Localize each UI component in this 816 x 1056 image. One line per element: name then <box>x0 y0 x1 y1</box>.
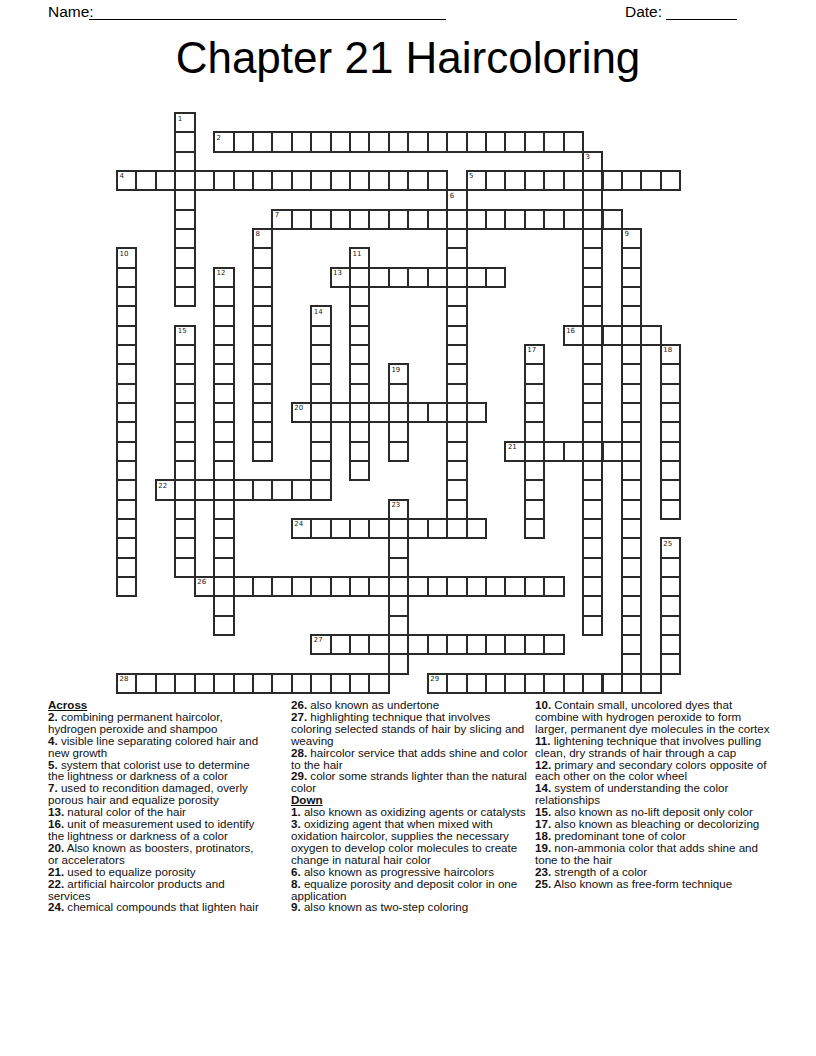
grid-cell[interactable] <box>485 131 506 152</box>
grid-cell[interactable] <box>446 441 467 462</box>
grid-cell[interactable] <box>233 170 254 191</box>
grid-cell[interactable] <box>563 441 584 462</box>
grid-cell[interactable] <box>446 479 467 500</box>
grid-cell[interactable] <box>504 131 525 152</box>
grid-cell[interactable] <box>602 673 623 694</box>
grid-cell[interactable] <box>291 479 312 500</box>
grid-cell[interactable] <box>349 325 370 346</box>
grid-cell[interactable] <box>116 576 137 597</box>
grid-cell[interactable] <box>213 344 234 365</box>
grid-cell[interactable] <box>524 499 545 520</box>
grid-cell[interactable] <box>349 441 370 462</box>
grid-cell[interactable] <box>485 673 506 694</box>
grid-cell[interactable] <box>271 673 292 694</box>
grid-cell[interactable] <box>310 325 331 346</box>
grid-cell[interactable] <box>174 557 195 578</box>
grid-cell[interactable] <box>582 209 603 230</box>
grid-cell[interactable] <box>213 518 234 539</box>
grid-cell[interactable] <box>252 247 273 268</box>
grid-cell[interactable] <box>543 170 564 191</box>
grid-cell[interactable]: 21 <box>504 441 525 462</box>
grid-cell[interactable]: 26 <box>194 576 215 597</box>
grid-cell[interactable] <box>621 673 642 694</box>
grid-cell[interactable] <box>116 518 137 539</box>
grid-cell[interactable] <box>621 441 642 462</box>
grid-cell[interactable] <box>116 267 137 288</box>
grid-cell[interactable] <box>174 228 195 249</box>
grid-cell[interactable] <box>174 479 195 500</box>
grid-cell[interactable] <box>407 576 428 597</box>
grid-cell[interactable]: 7 <box>271 209 292 230</box>
grid-cell[interactable] <box>213 673 234 694</box>
grid-cell[interactable] <box>155 170 176 191</box>
grid-cell[interactable] <box>271 576 292 597</box>
grid-cell[interactable] <box>621 615 642 636</box>
grid-cell[interactable] <box>602 325 623 346</box>
grid-cell[interactable] <box>466 518 487 539</box>
grid-cell[interactable] <box>660 595 681 616</box>
grid-cell[interactable] <box>621 557 642 578</box>
grid-cell[interactable] <box>563 209 584 230</box>
grid-cell[interactable]: 10 <box>116 247 137 268</box>
grid-cell[interactable] <box>524 441 545 462</box>
grid-cell[interactable] <box>621 595 642 616</box>
grid-cell[interactable] <box>388 653 409 674</box>
grid-cell[interactable] <box>466 673 487 694</box>
grid-cell[interactable] <box>660 479 681 500</box>
grid-cell[interactable] <box>427 518 448 539</box>
grid-cell[interactable] <box>116 499 137 520</box>
grid-cell[interactable] <box>582 383 603 404</box>
grid-cell[interactable] <box>349 634 370 655</box>
grid-cell[interactable] <box>116 537 137 558</box>
grid-cell[interactable] <box>621 170 642 191</box>
grid-cell[interactable]: 22 <box>155 479 176 500</box>
grid-cell[interactable] <box>310 383 331 404</box>
grid-cell[interactable] <box>621 383 642 404</box>
grid-cell[interactable] <box>446 131 467 152</box>
grid-cell[interactable] <box>524 170 545 191</box>
grid-cell[interactable] <box>582 557 603 578</box>
grid-cell[interactable] <box>330 170 351 191</box>
grid-cell[interactable] <box>310 363 331 384</box>
grid-cell[interactable] <box>174 537 195 558</box>
grid-cell[interactable] <box>252 402 273 423</box>
grid-cell[interactable] <box>446 383 467 404</box>
grid-cell[interactable] <box>582 267 603 288</box>
grid-cell[interactable] <box>116 344 137 365</box>
grid-cell[interactable] <box>640 325 661 346</box>
grid-cell[interactable] <box>252 305 273 326</box>
grid-cell[interactable] <box>543 441 564 462</box>
grid-cell[interactable] <box>213 325 234 346</box>
grid-cell[interactable] <box>524 576 545 597</box>
grid-cell[interactable] <box>621 537 642 558</box>
grid-cell[interactable] <box>116 286 137 307</box>
grid-cell[interactable] <box>213 537 234 558</box>
grid-cell[interactable] <box>155 673 176 694</box>
grid-cell[interactable] <box>252 421 273 442</box>
grid-cell[interactable] <box>407 267 428 288</box>
grid-cell[interactable] <box>135 170 156 191</box>
grid-cell[interactable] <box>174 131 195 152</box>
grid-cell[interactable] <box>504 634 525 655</box>
grid-cell[interactable] <box>252 131 273 152</box>
grid-cell[interactable] <box>446 363 467 384</box>
grid-cell[interactable] <box>310 576 331 597</box>
grid-cell[interactable]: 16 <box>563 325 584 346</box>
grid-cell[interactable] <box>621 653 642 674</box>
grid-cell[interactable] <box>233 673 254 694</box>
grid-cell[interactable] <box>660 460 681 481</box>
grid-cell[interactable] <box>252 363 273 384</box>
grid-cell[interactable] <box>582 189 603 210</box>
grid-cell[interactable] <box>388 441 409 462</box>
grid-cell[interactable] <box>330 673 351 694</box>
grid-cell[interactable] <box>174 189 195 210</box>
grid-cell[interactable] <box>291 576 312 597</box>
grid-cell[interactable]: 24 <box>291 518 312 539</box>
grid-cell[interactable] <box>368 131 389 152</box>
grid-cell[interactable] <box>174 460 195 481</box>
grid-cell[interactable] <box>621 518 642 539</box>
grid-cell[interactable] <box>524 634 545 655</box>
grid-cell[interactable] <box>640 170 661 191</box>
grid-cell[interactable] <box>174 170 195 191</box>
grid-cell[interactable] <box>427 634 448 655</box>
grid-cell[interactable] <box>213 576 234 597</box>
grid-cell[interactable] <box>563 131 584 152</box>
grid-cell[interactable] <box>174 383 195 404</box>
grid-cell[interactable] <box>582 305 603 326</box>
grid-cell[interactable] <box>621 363 642 384</box>
grid-cell[interactable] <box>310 209 331 230</box>
grid-cell[interactable] <box>621 634 642 655</box>
grid-cell[interactable] <box>116 325 137 346</box>
grid-cell[interactable] <box>388 634 409 655</box>
grid-cell[interactable] <box>174 363 195 384</box>
grid-cell[interactable]: 6 <box>446 189 467 210</box>
grid-cell[interactable] <box>543 634 564 655</box>
grid-cell[interactable] <box>427 402 448 423</box>
grid-cell[interactable]: 17 <box>524 344 545 365</box>
grid-cell[interactable] <box>330 634 351 655</box>
grid-cell[interactable] <box>116 305 137 326</box>
grid-cell[interactable]: 14 <box>310 305 331 326</box>
grid-cell[interactable] <box>388 421 409 442</box>
grid-cell[interactable] <box>621 479 642 500</box>
grid-cell[interactable] <box>660 441 681 462</box>
grid-cell[interactable] <box>116 421 137 442</box>
grid-cell[interactable] <box>446 286 467 307</box>
grid-cell[interactable] <box>466 267 487 288</box>
grid-cell[interactable] <box>213 557 234 578</box>
grid-cell[interactable] <box>252 286 273 307</box>
grid-cell[interactable] <box>466 634 487 655</box>
grid-cell[interactable] <box>388 615 409 636</box>
grid-cell[interactable] <box>213 460 234 481</box>
grid-cell[interactable] <box>368 402 389 423</box>
grid-cell[interactable] <box>660 499 681 520</box>
grid-cell[interactable] <box>213 479 234 500</box>
grid-cell[interactable] <box>524 402 545 423</box>
grid-cell[interactable] <box>330 576 351 597</box>
grid-cell[interactable] <box>330 131 351 152</box>
grid-cell[interactable] <box>116 383 137 404</box>
grid-cell[interactable] <box>252 344 273 365</box>
grid-cell[interactable] <box>213 615 234 636</box>
grid-cell[interactable] <box>582 228 603 249</box>
grid-cell[interactable] <box>213 286 234 307</box>
grid-cell[interactable] <box>582 170 603 191</box>
grid-cell[interactable] <box>349 131 370 152</box>
grid-cell[interactable] <box>349 402 370 423</box>
grid-cell[interactable] <box>621 325 642 346</box>
grid-cell[interactable] <box>582 537 603 558</box>
grid-cell[interactable] <box>446 402 467 423</box>
grid-cell[interactable] <box>407 209 428 230</box>
grid-cell[interactable] <box>368 267 389 288</box>
grid-cell[interactable] <box>582 595 603 616</box>
grid-cell[interactable] <box>582 460 603 481</box>
grid-cell[interactable] <box>446 344 467 365</box>
grid-cell[interactable]: 23 <box>388 499 409 520</box>
grid-cell[interactable] <box>446 228 467 249</box>
grid-cell[interactable] <box>621 286 642 307</box>
grid-cell[interactable] <box>213 499 234 520</box>
grid-cell[interactable] <box>368 576 389 597</box>
grid-cell[interactable] <box>582 325 603 346</box>
grid-cell[interactable] <box>388 402 409 423</box>
grid-cell[interactable] <box>621 402 642 423</box>
grid-cell[interactable] <box>349 673 370 694</box>
grid-cell[interactable]: 4 <box>116 170 137 191</box>
grid-cell[interactable] <box>213 421 234 442</box>
grid-cell[interactable] <box>330 518 351 539</box>
grid-cell[interactable] <box>524 383 545 404</box>
grid-cell[interactable] <box>349 460 370 481</box>
grid-cell[interactable] <box>446 267 467 288</box>
grid-cell[interactable] <box>407 402 428 423</box>
grid-cell[interactable] <box>621 305 642 326</box>
grid-cell[interactable] <box>310 441 331 462</box>
grid-cell[interactable]: 1 <box>174 112 195 133</box>
grid-cell[interactable] <box>291 131 312 152</box>
grid-cell[interactable] <box>174 247 195 268</box>
grid-cell[interactable] <box>582 518 603 539</box>
grid-cell[interactable] <box>388 267 409 288</box>
grid-cell[interactable] <box>368 209 389 230</box>
grid-cell[interactable] <box>388 383 409 404</box>
grid-cell[interactable] <box>349 363 370 384</box>
grid-cell[interactable] <box>349 209 370 230</box>
grid-cell[interactable] <box>310 479 331 500</box>
grid-cell[interactable] <box>524 363 545 384</box>
grid-cell[interactable] <box>252 479 273 500</box>
grid-cell[interactable] <box>271 479 292 500</box>
grid-cell[interactable] <box>446 460 467 481</box>
grid-cell[interactable] <box>252 170 273 191</box>
grid-cell[interactable] <box>446 576 467 597</box>
grid-cell[interactable] <box>524 479 545 500</box>
grid-cell[interactable] <box>349 576 370 597</box>
grid-cell[interactable] <box>349 286 370 307</box>
grid-cell[interactable] <box>174 209 195 230</box>
grid-cell[interactable] <box>291 673 312 694</box>
grid-cell[interactable] <box>349 267 370 288</box>
grid-cell[interactable] <box>135 673 156 694</box>
grid-cell[interactable] <box>466 209 487 230</box>
grid-cell[interactable] <box>194 479 215 500</box>
grid-cell[interactable] <box>524 421 545 442</box>
grid-cell[interactable] <box>349 421 370 442</box>
grid-cell[interactable] <box>504 673 525 694</box>
grid-cell[interactable] <box>174 673 195 694</box>
grid-cell[interactable] <box>330 402 351 423</box>
grid-cell[interactable] <box>446 247 467 268</box>
grid-cell[interactable] <box>524 131 545 152</box>
grid-cell[interactable] <box>194 170 215 191</box>
grid-cell[interactable] <box>213 170 234 191</box>
grid-cell[interactable] <box>368 673 389 694</box>
grid-cell[interactable] <box>524 460 545 481</box>
grid-cell[interactable] <box>407 170 428 191</box>
grid-cell[interactable] <box>407 518 428 539</box>
grid-cell[interactable] <box>116 441 137 462</box>
grid-cell[interactable] <box>213 402 234 423</box>
grid-cell[interactable] <box>349 305 370 326</box>
grid-cell[interactable] <box>213 363 234 384</box>
grid-cell[interactable] <box>446 499 467 520</box>
grid-cell[interactable]: 12 <box>213 267 234 288</box>
grid-cell[interactable] <box>407 634 428 655</box>
grid-cell[interactable] <box>621 460 642 481</box>
grid-cell[interactable] <box>660 557 681 578</box>
grid-cell[interactable] <box>485 576 506 597</box>
grid-cell[interactable] <box>233 131 254 152</box>
grid-cell[interactable] <box>582 421 603 442</box>
grid-cell[interactable] <box>582 402 603 423</box>
grid-cell[interactable] <box>291 209 312 230</box>
grid-cell[interactable] <box>602 441 623 462</box>
grid-cell[interactable] <box>174 518 195 539</box>
grid-cell[interactable] <box>427 131 448 152</box>
grid-cell[interactable] <box>427 576 448 597</box>
grid-cell[interactable] <box>310 673 331 694</box>
grid-cell[interactable] <box>310 402 331 423</box>
grid-cell[interactable] <box>446 421 467 442</box>
grid-cell[interactable] <box>582 576 603 597</box>
grid-cell[interactable] <box>621 499 642 520</box>
grid-cell[interactable] <box>660 402 681 423</box>
grid-cell[interactable] <box>427 170 448 191</box>
grid-cell[interactable] <box>349 170 370 191</box>
grid-cell[interactable] <box>640 673 661 694</box>
grid-cell[interactable] <box>174 151 195 172</box>
grid-cell[interactable] <box>582 286 603 307</box>
grid-cell[interactable] <box>660 653 681 674</box>
grid-cell[interactable] <box>543 576 564 597</box>
grid-cell[interactable]: 29 <box>427 673 448 694</box>
grid-cell[interactable] <box>310 170 331 191</box>
grid-cell[interactable]: 28 <box>116 673 137 694</box>
grid-cell[interactable] <box>388 537 409 558</box>
grid-cell[interactable] <box>310 518 331 539</box>
grid-cell[interactable] <box>388 518 409 539</box>
grid-cell[interactable] <box>252 267 273 288</box>
grid-cell[interactable] <box>504 170 525 191</box>
grid-cell[interactable] <box>174 402 195 423</box>
grid-cell[interactable] <box>116 479 137 500</box>
grid-cell[interactable] <box>660 421 681 442</box>
grid-cell[interactable] <box>388 557 409 578</box>
grid-cell[interactable] <box>427 209 448 230</box>
grid-cell[interactable] <box>504 209 525 230</box>
grid-cell[interactable] <box>582 363 603 384</box>
grid-cell[interactable] <box>446 325 467 346</box>
grid-cell[interactable] <box>116 363 137 384</box>
grid-cell[interactable] <box>368 170 389 191</box>
grid-cell[interactable] <box>291 170 312 191</box>
grid-cell[interactable] <box>485 634 506 655</box>
grid-cell[interactable] <box>252 673 273 694</box>
grid-cell[interactable] <box>446 209 467 230</box>
grid-cell[interactable] <box>504 576 525 597</box>
grid-cell[interactable] <box>368 634 389 655</box>
grid-cell[interactable] <box>388 576 409 597</box>
grid-cell[interactable] <box>466 402 487 423</box>
grid-cell[interactable] <box>252 325 273 346</box>
grid-cell[interactable] <box>174 267 195 288</box>
grid-cell[interactable] <box>621 247 642 268</box>
grid-cell[interactable] <box>252 576 273 597</box>
grid-cell[interactable] <box>466 576 487 597</box>
grid-cell[interactable] <box>407 131 428 152</box>
grid-cell[interactable] <box>330 209 351 230</box>
grid-cell[interactable] <box>252 383 273 404</box>
grid-cell[interactable] <box>660 170 681 191</box>
grid-cell[interactable] <box>213 441 234 462</box>
grid-cell[interactable] <box>388 209 409 230</box>
grid-cell[interactable] <box>310 421 331 442</box>
grid-cell[interactable] <box>582 615 603 636</box>
grid-cell[interactable] <box>310 344 331 365</box>
grid-cell[interactable] <box>174 499 195 520</box>
grid-cell[interactable] <box>602 209 623 230</box>
grid-cell[interactable] <box>388 170 409 191</box>
grid-cell[interactable] <box>174 286 195 307</box>
grid-cell[interactable] <box>582 499 603 520</box>
grid-cell[interactable] <box>233 479 254 500</box>
grid-cell[interactable] <box>310 131 331 152</box>
grid-cell[interactable] <box>174 441 195 462</box>
grid-cell[interactable] <box>388 595 409 616</box>
grid-cell[interactable]: 25 <box>660 537 681 558</box>
grid-cell[interactable] <box>213 305 234 326</box>
grid-cell[interactable] <box>621 267 642 288</box>
grid-cell[interactable]: 8 <box>252 228 273 249</box>
grid-cell[interactable]: 9 <box>621 228 642 249</box>
grid-cell[interactable] <box>543 673 564 694</box>
grid-cell[interactable] <box>213 595 234 616</box>
grid-cell[interactable] <box>349 344 370 365</box>
grid-cell[interactable]: 27 <box>310 634 331 655</box>
grid-cell[interactable] <box>485 267 506 288</box>
grid-cell[interactable] <box>233 576 254 597</box>
grid-cell[interactable] <box>524 518 545 539</box>
grid-cell[interactable]: 13 <box>330 267 351 288</box>
grid-cell[interactable] <box>252 441 273 462</box>
